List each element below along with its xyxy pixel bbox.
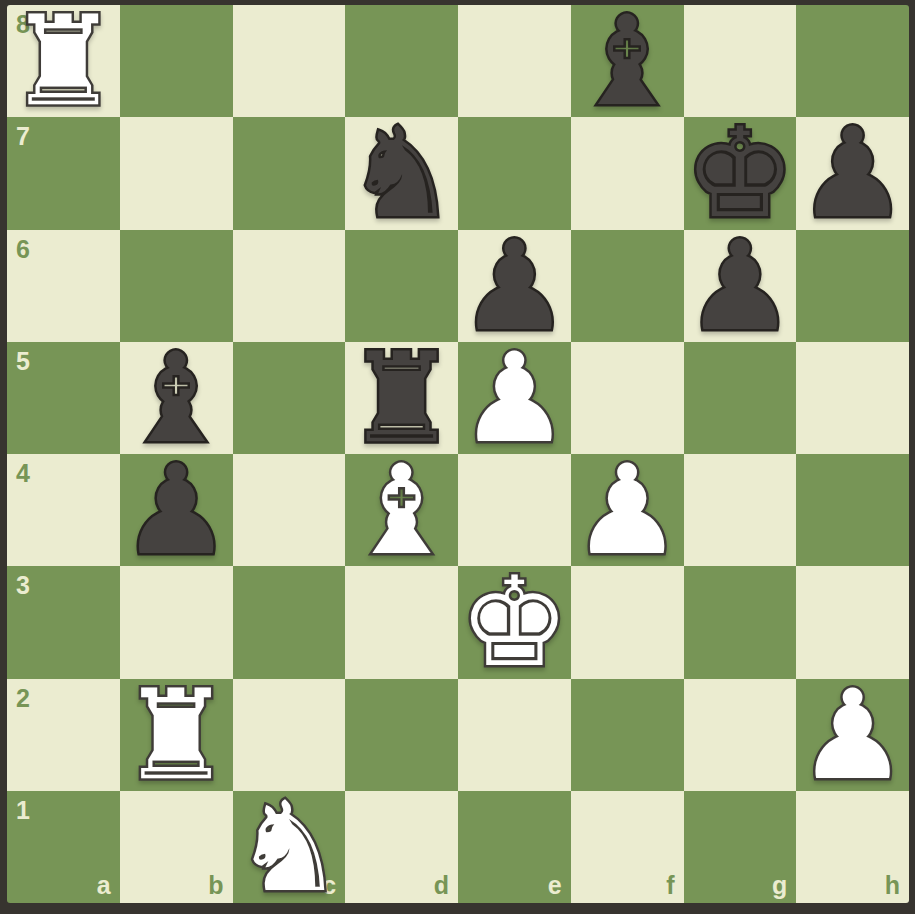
- file-label-e: e: [548, 873, 562, 898]
- square-a1[interactable]: 1a: [7, 791, 120, 903]
- piece-white-king[interactable]: ♚: [458, 566, 571, 678]
- square-g1[interactable]: g: [684, 791, 797, 903]
- square-e2[interactable]: [458, 679, 571, 791]
- square-d3[interactable]: [345, 566, 458, 678]
- square-e7[interactable]: [458, 117, 571, 229]
- square-d6[interactable]: [345, 230, 458, 342]
- square-g4[interactable]: [684, 454, 797, 566]
- file-label-g: g: [772, 873, 787, 898]
- square-f4[interactable]: ♟: [571, 454, 684, 566]
- rank-label-2: 2: [16, 686, 30, 711]
- square-b2[interactable]: ♜: [120, 679, 233, 791]
- square-d1[interactable]: d: [345, 791, 458, 903]
- square-g7[interactable]: ♚: [684, 117, 797, 229]
- square-a8[interactable]: 8♜: [7, 5, 120, 117]
- square-h5[interactable]: [796, 342, 909, 454]
- file-label-a: a: [97, 873, 111, 898]
- rank-label-3: 3: [16, 573, 30, 598]
- square-e1[interactable]: e: [458, 791, 571, 903]
- square-h4[interactable]: [796, 454, 909, 566]
- square-b6[interactable]: [120, 230, 233, 342]
- square-b4[interactable]: ♟: [120, 454, 233, 566]
- square-h6[interactable]: [796, 230, 909, 342]
- square-a2[interactable]: 2: [7, 679, 120, 791]
- square-d7[interactable]: ♞: [345, 117, 458, 229]
- square-a4[interactable]: 4: [7, 454, 120, 566]
- square-c1[interactable]: c♞: [233, 791, 346, 903]
- file-label-h: h: [885, 873, 900, 898]
- square-g3[interactable]: [684, 566, 797, 678]
- square-d2[interactable]: [345, 679, 458, 791]
- square-a7[interactable]: 7: [7, 117, 120, 229]
- square-f2[interactable]: [571, 679, 684, 791]
- rank-label-1: 1: [16, 798, 30, 823]
- piece-black-pawn[interactable]: ♟: [796, 117, 909, 229]
- square-h7[interactable]: ♟: [796, 117, 909, 229]
- piece-white-rook[interactable]: ♜: [7, 5, 120, 117]
- piece-white-pawn[interactable]: ♟: [458, 342, 571, 454]
- square-g5[interactable]: [684, 342, 797, 454]
- square-f6[interactable]: [571, 230, 684, 342]
- square-b8[interactable]: [120, 5, 233, 117]
- rank-label-6: 6: [16, 237, 30, 262]
- square-b3[interactable]: [120, 566, 233, 678]
- rank-label-4: 4: [16, 461, 30, 486]
- square-c8[interactable]: [233, 5, 346, 117]
- square-e6[interactable]: ♟: [458, 230, 571, 342]
- file-label-b: b: [208, 873, 223, 898]
- square-c6[interactable]: [233, 230, 346, 342]
- square-c7[interactable]: [233, 117, 346, 229]
- square-b1[interactable]: b: [120, 791, 233, 903]
- piece-black-pawn[interactable]: ♟: [120, 454, 233, 566]
- square-g2[interactable]: [684, 679, 797, 791]
- square-f8[interactable]: ♝: [571, 5, 684, 117]
- square-h2[interactable]: ♟: [796, 679, 909, 791]
- file-label-f: f: [666, 873, 674, 898]
- piece-black-king[interactable]: ♚: [684, 117, 797, 229]
- piece-black-pawn[interactable]: ♟: [684, 230, 797, 342]
- square-f7[interactable]: [571, 117, 684, 229]
- square-f1[interactable]: f: [571, 791, 684, 903]
- square-e3[interactable]: ♚: [458, 566, 571, 678]
- piece-white-knight[interactable]: ♞: [233, 791, 346, 903]
- square-b7[interactable]: [120, 117, 233, 229]
- chess-board[interactable]: 8♜♝7♞♚♟6♟♟5♝♜♟4♟♝♟3♚2♜♟1abc♞defgh: [7, 5, 909, 903]
- square-h1[interactable]: h: [796, 791, 909, 903]
- square-d4[interactable]: ♝: [345, 454, 458, 566]
- square-c3[interactable]: [233, 566, 346, 678]
- rank-label-7: 7: [16, 124, 30, 149]
- square-a5[interactable]: 5: [7, 342, 120, 454]
- piece-white-bishop[interactable]: ♝: [345, 454, 458, 566]
- square-f3[interactable]: [571, 566, 684, 678]
- square-c2[interactable]: [233, 679, 346, 791]
- rank-label-5: 5: [16, 349, 30, 374]
- piece-white-pawn[interactable]: ♟: [571, 454, 684, 566]
- board-frame: 8♜♝7♞♚♟6♟♟5♝♜♟4♟♝♟3♚2♜♟1abc♞defgh: [0, 0, 915, 914]
- square-h3[interactable]: [796, 566, 909, 678]
- square-e5[interactable]: ♟: [458, 342, 571, 454]
- square-a6[interactable]: 6: [7, 230, 120, 342]
- square-e8[interactable]: [458, 5, 571, 117]
- piece-white-pawn[interactable]: ♟: [796, 679, 909, 791]
- square-g6[interactable]: ♟: [684, 230, 797, 342]
- square-c4[interactable]: [233, 454, 346, 566]
- square-a3[interactable]: 3: [7, 566, 120, 678]
- file-label-d: d: [434, 873, 449, 898]
- piece-black-pawn[interactable]: ♟: [458, 230, 571, 342]
- square-c5[interactable]: [233, 342, 346, 454]
- piece-white-rook[interactable]: ♜: [120, 679, 233, 791]
- piece-black-knight[interactable]: ♞: [345, 117, 458, 229]
- piece-black-bishop[interactable]: ♝: [571, 5, 684, 117]
